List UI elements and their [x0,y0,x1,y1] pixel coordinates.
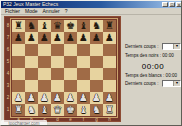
minimize-button[interactable]: _ [162,2,168,7]
square-h7[interactable]: ♟ [103,32,116,44]
square-g6[interactable] [90,44,103,56]
rank-label-5: 5 [5,56,11,68]
square-c8[interactable]: ♝ [38,20,51,32]
square-g4[interactable] [90,68,103,80]
square-a7[interactable]: ♟ [12,32,25,44]
square-b6[interactable] [25,44,38,56]
menu-item-mode[interactable]: Mode [23,8,40,14]
white-pawn: ♟ [38,92,51,104]
white-knight: ♞ [25,104,38,116]
square-h1[interactable]: ♜ [103,104,116,116]
square-f7[interactable]: ♟ [77,32,90,44]
square-e1[interactable]: ♚ [64,104,77,116]
black-pawn: ♟ [51,32,64,44]
close-button[interactable]: x [176,2,182,7]
white-pawn: ♟ [64,92,77,104]
white-knight: ♞ [90,104,103,116]
white-bishop: ♝ [77,104,90,116]
rank-label-1: 1 [5,104,11,116]
square-d5[interactable] [51,56,64,68]
white-rook: ♜ [103,104,116,116]
square-a4[interactable] [12,68,25,80]
white-pawn: ♟ [12,92,25,104]
square-f2[interactable]: ♟ [77,92,90,104]
white-pawn: ♟ [25,92,38,104]
window-title: P32 Jeux Master Echecs [1,2,58,7]
watermark: toocharger.com [1,120,47,126]
black-time-label: Temps des noirs : 00:00 [125,53,181,59]
white-king: ♚ [64,104,77,116]
menu-item-help[interactable]: ? [63,8,70,14]
menu-item-annuler[interactable]: Annuler [41,8,62,14]
square-c4[interactable] [38,68,51,80]
square-h5[interactable] [103,56,116,68]
square-a6[interactable] [12,44,25,56]
square-d4[interactable] [51,68,64,80]
rank-label-2: 2 [5,92,11,104]
black-knight: ♞ [25,20,38,32]
square-e6[interactable] [64,44,77,56]
black-pawn: ♟ [38,32,51,44]
file-label-d: d [51,117,64,122]
white-queen: ♛ [51,104,64,116]
file-label-e: e [64,117,77,122]
square-a8[interactable]: ♜ [12,20,25,32]
square-b3[interactable] [25,80,38,92]
square-e2[interactable]: ♟ [64,92,77,104]
square-c7[interactable]: ♟ [38,32,51,44]
square-a1[interactable]: ♜ [12,104,25,116]
square-b5[interactable] [25,56,38,68]
square-h6[interactable] [103,44,116,56]
square-f5[interactable] [77,56,90,68]
square-f3[interactable] [77,80,90,92]
square-d7[interactable]: ♟ [51,32,64,44]
black-bishop: ♝ [77,20,90,32]
square-g2[interactable]: ♟ [90,92,103,104]
last-moves-top-label: Derniers coups : [125,44,158,50]
square-e7[interactable]: ♟ [64,32,77,44]
last-moves-top-row: Derniers coups : ▼ [125,43,181,50]
black-knight: ♞ [90,20,103,32]
square-e3[interactable] [64,80,77,92]
square-g3[interactable] [90,80,103,92]
square-d3[interactable] [51,80,64,92]
square-h8[interactable]: ♜ [103,20,116,32]
black-pawn: ♟ [90,32,103,44]
maximize-button[interactable]: □ [169,2,175,7]
last-moves-top-dropdown[interactable]: ▼ [162,43,181,50]
white-pawn: ♟ [103,92,116,104]
black-pawn: ♟ [64,32,77,44]
square-d8[interactable]: ♛ [51,20,64,32]
square-c6[interactable] [38,44,51,56]
file-label-h: h [103,117,116,122]
white-time-label: Temps des blancs : 00:00 [125,73,181,79]
last-moves-bottom-label: Derniers coups : [125,81,158,87]
square-b1[interactable]: ♞ [25,104,38,116]
square-b4[interactable] [25,68,38,80]
white-bishop: ♝ [38,104,51,116]
square-c3[interactable] [38,80,51,92]
square-c2[interactable]: ♟ [38,92,51,104]
square-e8[interactable]: ♚ [64,20,77,32]
black-pawn: ♟ [77,32,90,44]
main-clock: 00:00 [125,62,181,71]
black-king: ♚ [64,20,77,32]
white-pawn: ♟ [77,92,90,104]
square-f4[interactable] [77,68,90,80]
square-g7[interactable]: ♟ [90,32,103,44]
black-bishop: ♝ [38,20,51,32]
title-bar: P32 Jeux Master Echecs _ □ x [1,1,182,8]
square-b7[interactable]: ♟ [25,32,38,44]
rank-label-3: 3 [5,80,11,92]
square-g1[interactable]: ♞ [90,104,103,116]
square-d6[interactable] [51,44,64,56]
square-g5[interactable] [90,56,103,68]
rank-label-6: 6 [5,44,11,56]
square-b8[interactable]: ♞ [25,20,38,32]
square-f6[interactable] [77,44,90,56]
white-rook: ♜ [12,104,25,116]
square-a3[interactable] [12,80,25,92]
rank-label-7: 7 [5,32,11,44]
square-e4[interactable] [64,68,77,80]
file-label-g: g [90,117,103,122]
chess-board: ♜♞♝♛♚♝♞♜♟♟♟♟♟♟♟♟♟♟♟♟♟♟♟♟♜♞♝♛♚♝♞♜ 8765432… [4,16,121,122]
square-f1[interactable]: ♝ [77,104,90,116]
square-h4[interactable] [103,68,116,80]
menu-item-fichier[interactable]: Fichier [3,8,22,14]
square-b2[interactable]: ♟ [25,92,38,104]
square-e5[interactable] [64,56,77,68]
black-rook: ♜ [103,20,116,32]
chevron-down-icon[interactable]: ▼ [173,44,180,49]
square-h3[interactable] [103,80,116,92]
black-pawn: ♟ [25,32,38,44]
board-grid: ♜♞♝♛♚♝♞♜♟♟♟♟♟♟♟♟♟♟♟♟♟♟♟♟♜♞♝♛♚♝♞♜ [12,20,116,116]
square-a5[interactable] [12,56,25,68]
square-h2[interactable]: ♟ [103,92,116,104]
file-label-f: f [77,117,90,122]
menu-bar: Fichier Mode Annuler ? [1,8,182,15]
chevron-down-icon[interactable]: ▼ [173,81,180,86]
square-a2[interactable]: ♟ [12,92,25,104]
chess-app-window: P32 Jeux Master Echecs _ □ x Fichier Mod… [0,0,182,126]
white-pawn: ♟ [90,92,103,104]
last-moves-bottom-row: Derniers coups : ▼ [125,80,181,87]
rank-label-4: 4 [5,68,11,80]
square-d1[interactable]: ♛ [51,104,64,116]
square-g8[interactable]: ♞ [90,20,103,32]
black-pawn: ♟ [103,32,116,44]
rank-label-8: 8 [5,20,11,32]
last-moves-bottom-dropdown[interactable]: ▼ [162,80,181,87]
white-pawn: ♟ [51,92,64,104]
black-pawn: ♟ [12,32,25,44]
square-d2[interactable]: ♟ [51,92,64,104]
square-f8[interactable]: ♝ [77,20,90,32]
black-queen: ♛ [51,20,64,32]
square-c1[interactable]: ♝ [38,104,51,116]
square-c5[interactable] [38,56,51,68]
black-rook: ♜ [12,20,25,32]
